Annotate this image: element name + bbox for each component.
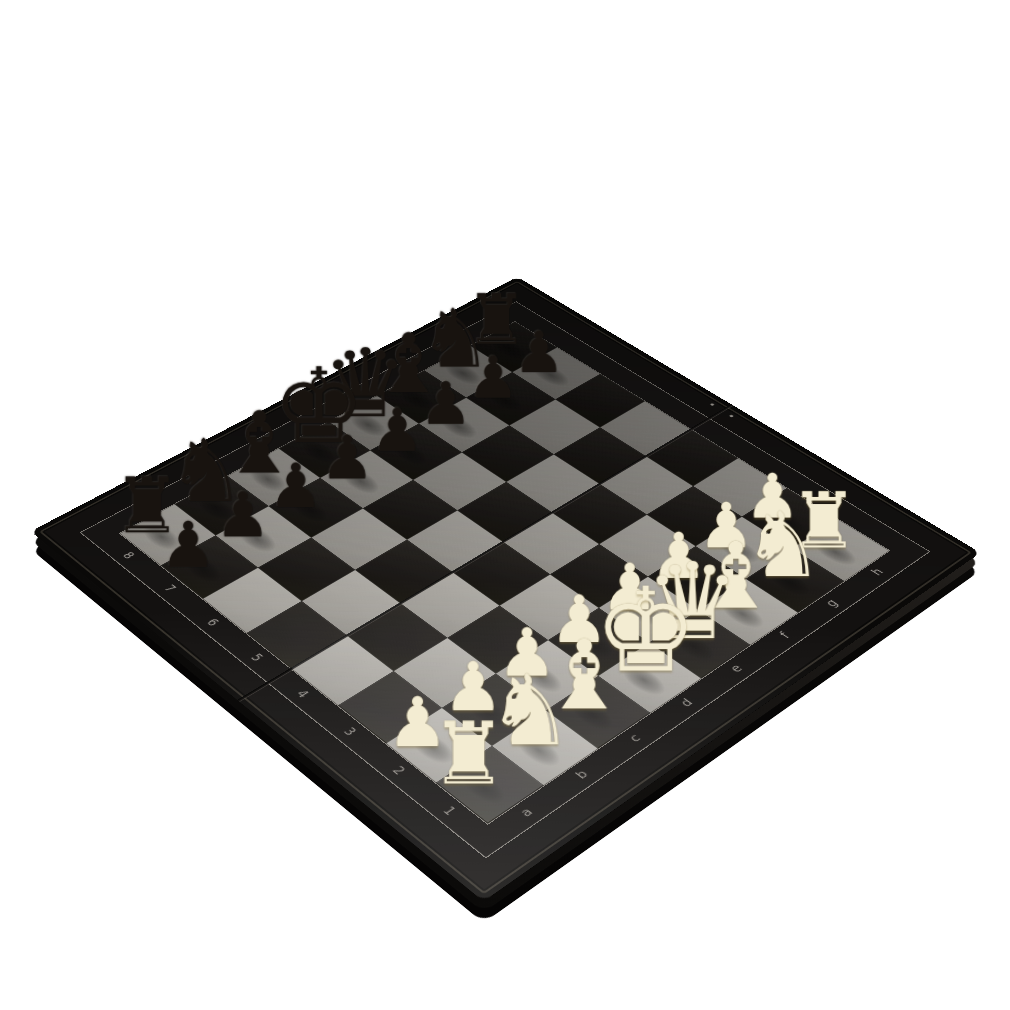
product-photo-scene: ♜♟♞♟♝♟♛♟♚♟♝♟♟♞♜♟♟♜♞♟♟♝♟♛♟♚♟♝♟♞♟♜ 1234567…	[0, 0, 1010, 1010]
black-pawn-glyph: ♟	[154, 514, 223, 577]
board-plane: ♜♟♞♟♝♟♛♟♚♟♝♟♟♞♜♟♟♜♞♟♟♝♟♛♟♚♟♝♟♞♟♜ 1234567…	[31, 277, 981, 902]
coordinate-strip: ♜♟♞♟♝♟♛♟♚♟♝♟♟♞♜♟♟♜♞♟♟♝♟♛♟♚♟♝♟♞♟♜ 1234567…	[80, 301, 931, 858]
playing-area: ♜♟♞♟♝♟♛♟♚♟♝♟♟♞♜♟♟♜♞♟♟♝♟♛♟♚♟♝♟♞♟♜	[120, 322, 889, 824]
white-rook-glyph: ♜	[430, 711, 507, 797]
board-frame: ♜♟♞♟♝♟♛♟♚♟♝♟♟♞♜♟♟♜♞♟♟♝♟♛♟♚♟♝♟♞♟♜ 1234567…	[31, 277, 981, 902]
hinge-pin-right	[729, 415, 734, 418]
hinge-pin-left	[710, 403, 715, 406]
